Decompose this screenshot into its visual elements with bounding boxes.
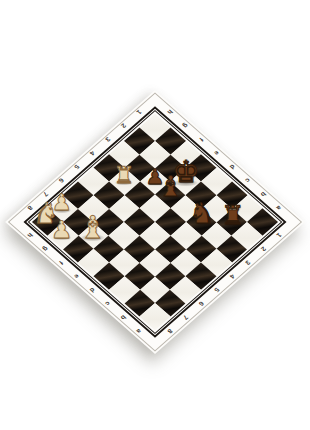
product-photo-scene: hgfedcba hgfedcba 12345678 12345678 ♜♟♝♞… [0, 0, 310, 430]
piece-layer: ♜♟♝♞♟♟♝♚♞♜ [0, 0, 310, 430]
piece-white-rook-g4[interactable]: ♜ [114, 164, 135, 187]
piece-black-rook-b2[interactable]: ♜ [221, 203, 244, 228]
piece-black-knight-c3[interactable]: ♞ [189, 200, 215, 228]
piece-white-pawn-g8[interactable]: ♟ [51, 218, 73, 242]
piece-black-bishop-e3[interactable]: ♝ [158, 173, 183, 201]
piece-white-bishop-f7[interactable]: ♝ [79, 211, 107, 242]
